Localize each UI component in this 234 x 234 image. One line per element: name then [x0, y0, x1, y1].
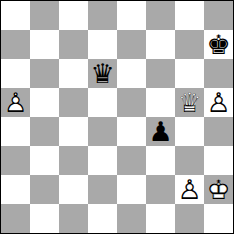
square-c6[interactable]	[59, 59, 88, 88]
square-b7[interactable]	[30, 30, 59, 59]
piece-white-pawn-fill: ♟	[175, 175, 204, 204]
square-b1[interactable]	[30, 204, 59, 233]
square-e8[interactable]	[117, 1, 146, 30]
square-h5[interactable]: ♟♙	[204, 88, 233, 117]
piece-white-pawn: ♙	[1, 88, 30, 117]
square-e3[interactable]	[117, 146, 146, 175]
square-b5[interactable]	[30, 88, 59, 117]
square-d2[interactable]	[88, 175, 117, 204]
square-g7[interactable]	[175, 30, 204, 59]
square-a7[interactable]	[1, 30, 30, 59]
square-h3[interactable]	[204, 146, 233, 175]
piece-white-pawn: ♙	[204, 88, 233, 117]
square-c5[interactable]	[59, 88, 88, 117]
square-h4[interactable]	[204, 117, 233, 146]
square-f1[interactable]	[146, 204, 175, 233]
square-b4[interactable]	[30, 117, 59, 146]
piece-white-pawn: ♙	[175, 175, 204, 204]
square-c1[interactable]	[59, 204, 88, 233]
square-b2[interactable]	[30, 175, 59, 204]
square-e7[interactable]	[117, 30, 146, 59]
square-f5[interactable]	[146, 88, 175, 117]
piece-black-king: ♚	[204, 30, 233, 59]
piece-white-pawn-fill: ♟	[1, 88, 30, 117]
square-h8[interactable]	[204, 1, 233, 30]
piece-white-queen-fill: ♛	[175, 88, 204, 117]
square-h1[interactable]	[204, 204, 233, 233]
square-g3[interactable]	[175, 146, 204, 175]
piece-white-queen: ♕	[175, 88, 204, 117]
square-c7[interactable]	[59, 30, 88, 59]
piece-white-king: ♔	[204, 175, 233, 204]
square-a8[interactable]	[1, 1, 30, 30]
square-h6[interactable]	[204, 59, 233, 88]
square-a6[interactable]	[1, 59, 30, 88]
square-f2[interactable]	[146, 175, 175, 204]
square-f3[interactable]	[146, 146, 175, 175]
square-f4[interactable]: ♟	[146, 117, 175, 146]
square-e6[interactable]	[117, 59, 146, 88]
square-e4[interactable]	[117, 117, 146, 146]
square-a5[interactable]: ♟♙	[1, 88, 30, 117]
square-g6[interactable]	[175, 59, 204, 88]
chess-board: ♚♛♟♙♛♕♟♙♟♟♙♚♔	[0, 0, 234, 234]
piece-black-queen: ♛	[88, 59, 117, 88]
square-d1[interactable]	[88, 204, 117, 233]
square-d3[interactable]	[88, 146, 117, 175]
square-g1[interactable]	[175, 204, 204, 233]
piece-white-king-fill: ♚	[204, 175, 233, 204]
piece-black-pawn: ♟	[146, 117, 175, 146]
square-g2[interactable]: ♟♙	[175, 175, 204, 204]
square-f6[interactable]	[146, 59, 175, 88]
square-b3[interactable]	[30, 146, 59, 175]
piece-white-pawn-fill: ♟	[204, 88, 233, 117]
square-a4[interactable]	[1, 117, 30, 146]
square-f8[interactable]	[146, 1, 175, 30]
square-d6[interactable]: ♛	[88, 59, 117, 88]
square-e2[interactable]	[117, 175, 146, 204]
square-c8[interactable]	[59, 1, 88, 30]
square-g8[interactable]	[175, 1, 204, 30]
square-a1[interactable]	[1, 204, 30, 233]
square-h7[interactable]: ♚	[204, 30, 233, 59]
square-c4[interactable]	[59, 117, 88, 146]
square-c3[interactable]	[59, 146, 88, 175]
square-h2[interactable]: ♚♔	[204, 175, 233, 204]
square-d7[interactable]	[88, 30, 117, 59]
square-f7[interactable]	[146, 30, 175, 59]
square-d8[interactable]	[88, 1, 117, 30]
square-e5[interactable]	[117, 88, 146, 117]
square-a2[interactable]	[1, 175, 30, 204]
square-b6[interactable]	[30, 59, 59, 88]
square-g4[interactable]	[175, 117, 204, 146]
square-d4[interactable]	[88, 117, 117, 146]
square-a3[interactable]	[1, 146, 30, 175]
square-c2[interactable]	[59, 175, 88, 204]
square-e1[interactable]	[117, 204, 146, 233]
square-d5[interactable]	[88, 88, 117, 117]
square-b8[interactable]	[30, 1, 59, 30]
square-g5[interactable]: ♛♕	[175, 88, 204, 117]
